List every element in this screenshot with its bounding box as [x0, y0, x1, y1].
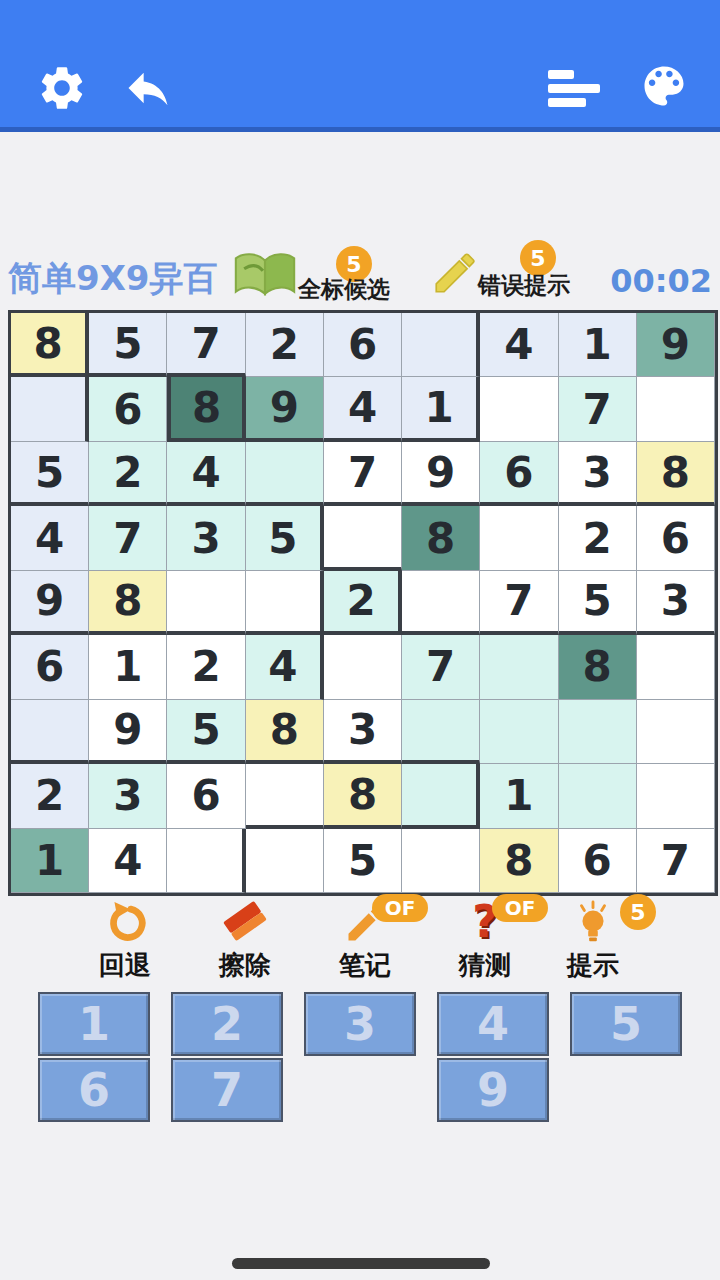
sudoku-cell-r8c5[interactable]: 8 — [324, 764, 402, 828]
sudoku-cell-r3c7[interactable]: 6 — [480, 442, 558, 506]
sudoku-cell-r9c1[interactable]: 1 — [11, 829, 89, 893]
tool-note-pencil[interactable]: 笔记OF — [300, 898, 430, 978]
sudoku-cell-r8c4[interactable] — [246, 764, 324, 828]
sudoku-cell-r9c6[interactable] — [402, 829, 480, 893]
sudoku-cell-r3c3[interactable]: 4 — [167, 442, 245, 506]
sudoku-cell-r9c3[interactable] — [167, 829, 245, 893]
sudoku-cell-r6c5[interactable] — [324, 635, 402, 699]
numpad-button-2[interactable]: 2 — [171, 992, 283, 1056]
sudoku-cell-r4c7[interactable] — [480, 506, 558, 570]
sudoku-cell-r3c8[interactable]: 3 — [559, 442, 637, 506]
sudoku-cell-r1c4[interactable]: 2 — [246, 313, 324, 377]
sudoku-cell-r3c2[interactable]: 2 — [89, 442, 167, 506]
sudoku-cell-r2c6[interactable]: 1 — [402, 377, 480, 441]
undo-icon — [60, 898, 190, 946]
sudoku-cell-r8c1[interactable]: 2 — [11, 764, 89, 828]
sudoku-cell-r8c9[interactable] — [637, 764, 715, 828]
settings-gear-icon[interactable] — [36, 62, 88, 114]
sudoku-cell-r9c7[interactable]: 8 — [480, 829, 558, 893]
game-timer: 00:02 — [610, 262, 712, 300]
sudoku-cell-r6c8[interactable]: 8 — [559, 635, 637, 699]
eraser-icon — [180, 898, 310, 946]
sudoku-cell-r7c1[interactable] — [11, 700, 89, 764]
sudoku-cell-r5c7[interactable]: 7 — [480, 571, 558, 635]
sudoku-cell-r5c4[interactable] — [246, 571, 324, 635]
sudoku-cell-r5c3[interactable] — [167, 571, 245, 635]
menu-list-icon[interactable] — [548, 70, 600, 114]
numpad-button-7[interactable]: 7 — [171, 1058, 283, 1122]
sudoku-cell-r2c8[interactable]: 7 — [559, 377, 637, 441]
sudoku-cell-r6c3[interactable]: 2 — [167, 635, 245, 699]
sudoku-cell-r3c5[interactable]: 7 — [324, 442, 402, 506]
sudoku-cell-r6c9[interactable] — [637, 635, 715, 699]
sudoku-cell-r4c8[interactable]: 2 — [559, 506, 637, 570]
undo-arrow-icon[interactable] — [122, 62, 174, 114]
sudoku-cell-r1c3[interactable]: 7 — [167, 313, 245, 377]
app-bar — [0, 0, 720, 132]
sudoku-cell-r9c5[interactable]: 5 — [324, 829, 402, 893]
sudoku-cell-r5c2[interactable]: 8 — [89, 571, 167, 635]
tool-label: 擦除 — [180, 948, 310, 983]
sudoku-cell-r2c9[interactable] — [637, 377, 715, 441]
sudoku-cell-r3c1[interactable]: 5 — [11, 442, 89, 506]
sudoku-cell-r5c9[interactable]: 3 — [637, 571, 715, 635]
sudoku-cell-r4c9[interactable]: 6 — [637, 506, 715, 570]
sudoku-cell-r9c4[interactable] — [246, 829, 324, 893]
sudoku-cell-r5c8[interactable]: 5 — [559, 571, 637, 635]
tool-eraser[interactable]: 擦除 — [180, 898, 310, 978]
home-indicator[interactable] — [232, 1258, 490, 1269]
sudoku-cell-r7c5[interactable]: 3 — [324, 700, 402, 764]
error-hint-label[interactable]: 错误提示 — [478, 270, 570, 301]
sudoku-cell-r4c5[interactable] — [324, 506, 402, 570]
sudoku-cell-r7c8[interactable] — [559, 700, 637, 764]
numpad-button-9[interactable]: 9 — [437, 1058, 549, 1122]
numpad-button-3[interactable]: 3 — [304, 992, 416, 1056]
sudoku-cell-r4c3[interactable]: 3 — [167, 506, 245, 570]
sudoku-cell-r9c9[interactable]: 7 — [637, 829, 715, 893]
sudoku-cell-r1c7[interactable]: 4 — [480, 313, 558, 377]
sudoku-cell-r9c8[interactable]: 6 — [559, 829, 637, 893]
sudoku-cell-r1c2[interactable]: 5 — [89, 313, 167, 377]
sudoku-cell-r3c9[interactable]: 8 — [637, 442, 715, 506]
sudoku-cell-r9c2[interactable]: 4 — [89, 829, 167, 893]
sudoku-cell-r8c2[interactable]: 3 — [89, 764, 167, 828]
tool-undo[interactable]: 回退 — [60, 898, 190, 978]
sudoku-cell-r5c5[interactable]: 2 — [324, 571, 402, 635]
sudoku-cell-r1c6[interactable] — [402, 313, 480, 377]
sudoku-cell-r6c6[interactable]: 7 — [402, 635, 480, 699]
mark-candidates-label[interactable]: 全标候选 — [298, 274, 390, 305]
sudoku-cell-r2c1[interactable] — [11, 377, 89, 441]
sudoku-cell-r3c4[interactable] — [246, 442, 324, 506]
tool-label: 笔记 — [300, 948, 430, 983]
sudoku-cell-r8c8[interactable] — [559, 764, 637, 828]
sudoku-cell-r2c3[interactable]: 8 — [167, 377, 245, 441]
sudoku-cell-r4c4[interactable]: 5 — [246, 506, 324, 570]
sudoku-cell-r6c4[interactable]: 4 — [246, 635, 324, 699]
numpad-button-1[interactable]: 1 — [38, 992, 150, 1056]
sudoku-cell-r5c6[interactable] — [402, 571, 480, 635]
tool-bulb[interactable]: 提示5 — [528, 898, 658, 978]
sudoku-cell-r1c8[interactable]: 1 — [559, 313, 637, 377]
sudoku-cell-r3c6[interactable]: 9 — [402, 442, 480, 506]
sudoku-cell-r2c2[interactable]: 6 — [89, 377, 167, 441]
sudoku-cell-r6c2[interactable]: 1 — [89, 635, 167, 699]
sudoku-cell-r4c2[interactable]: 7 — [89, 506, 167, 570]
sudoku-cell-r5c1[interactable]: 9 — [11, 571, 89, 635]
tool-label: 回退 — [60, 948, 190, 983]
numpad-button-5[interactable]: 5 — [570, 992, 682, 1056]
book-icon[interactable] — [226, 250, 304, 300]
tool-badge: 5 — [620, 894, 656, 930]
numpad-button-4[interactable]: 4 — [437, 992, 549, 1056]
sudoku-cell-r7c6[interactable] — [402, 700, 480, 764]
palette-icon[interactable] — [638, 60, 690, 112]
sudoku-cell-r4c6[interactable]: 8 — [402, 506, 480, 570]
sudoku-cell-r7c2[interactable]: 9 — [89, 700, 167, 764]
sudoku-cell-r7c3[interactable]: 5 — [167, 700, 245, 764]
sudoku-cell-r1c9[interactable]: 9 — [637, 313, 715, 377]
sudoku-cell-r2c7[interactable] — [480, 377, 558, 441]
sudoku-cell-r1c1[interactable]: 8 — [11, 313, 89, 377]
numpad-button-6[interactable]: 6 — [38, 1058, 150, 1122]
sudoku-board: 8572641968941752479638473582698275361247… — [8, 310, 718, 896]
sudoku-cell-r7c7[interactable] — [480, 700, 558, 764]
sudoku-cell-r1c5[interactable]: 6 — [324, 313, 402, 377]
sudoku-cell-r8c6[interactable] — [402, 764, 480, 828]
sudoku-cell-r7c4[interactable]: 8 — [246, 700, 324, 764]
sudoku-cell-r6c1[interactable]: 6 — [11, 635, 89, 699]
sudoku-cell-r2c4[interactable]: 9 — [246, 377, 324, 441]
tool-label: 提示 — [528, 948, 658, 983]
puzzle-title: 简单9X9异百 — [8, 256, 218, 302]
sudoku-cell-r2c5[interactable]: 4 — [324, 377, 402, 441]
sudoku-cell-r4c1[interactable]: 4 — [11, 506, 89, 570]
pencil-icon[interactable] — [430, 248, 480, 298]
sudoku-cell-r8c3[interactable]: 6 — [167, 764, 245, 828]
sudoku-cell-r7c9[interactable] — [637, 700, 715, 764]
sudoku-cell-r6c7[interactable] — [480, 635, 558, 699]
sudoku-cell-r8c7[interactable]: 1 — [480, 764, 558, 828]
